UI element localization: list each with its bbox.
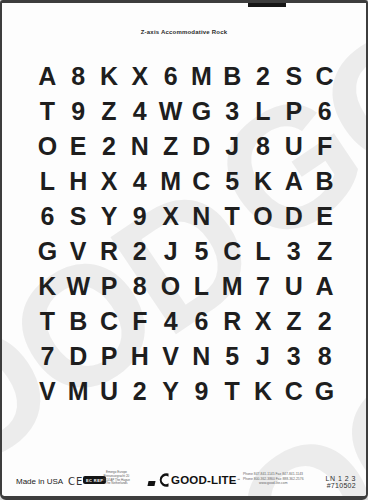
grid-cell: F <box>124 304 155 339</box>
grid-cell: C <box>94 304 125 339</box>
chart-title: Z-axis Accommodative Rock <box>2 29 366 35</box>
address-line: The Netherlands <box>103 482 130 486</box>
grid-cell: S <box>63 199 94 234</box>
chart-photo: GOOD GOOD GOOD Z-axis Accommodative Rock… <box>0 0 368 500</box>
grid-cell: E <box>309 199 340 234</box>
grid-cell: B <box>217 59 248 94</box>
grid-cell: 2 <box>309 304 340 339</box>
grid-cell: V <box>32 374 63 409</box>
grid-cell: 4 <box>155 304 186 339</box>
grid-cell: 6 <box>186 304 217 339</box>
grid-cell: 8 <box>248 129 279 164</box>
grid-cell: M <box>155 164 186 199</box>
grid-cell: P <box>278 94 309 129</box>
grid-cell: 2 <box>94 129 125 164</box>
grid-cell: 7 <box>248 269 279 304</box>
grid-cell: S <box>278 59 309 94</box>
grid-cell: C <box>186 164 217 199</box>
grid-cell: E <box>63 129 94 164</box>
grid-cell: 5 <box>217 164 248 199</box>
ce-mark-icon: CE <box>68 476 83 487</box>
grid-cell: X <box>94 164 125 199</box>
catalog-number: #710502 <box>326 482 356 489</box>
grid-cell: 3 <box>278 339 309 374</box>
grid-cell: K <box>248 164 279 199</box>
grid-cell: D <box>278 199 309 234</box>
grid-cell: L <box>248 234 279 269</box>
crescent-icon <box>159 473 170 487</box>
eu-rep-address: Emergo Europe Prinsessegracht 20 2514 AP… <box>103 471 130 486</box>
grid-cell: B <box>63 304 94 339</box>
grid-cell: O <box>248 199 279 234</box>
grid-cell: H <box>124 339 155 374</box>
grid-cell: Y <box>94 199 125 234</box>
grid-cell: T <box>32 304 63 339</box>
grid-cell: 5 <box>217 339 248 374</box>
grid-cell: A <box>32 59 63 94</box>
grid-cell: 8 <box>124 269 155 304</box>
grid-cell: Z <box>278 304 309 339</box>
grid-cell: T <box>217 199 248 234</box>
grid-cell: H <box>63 164 94 199</box>
grid-cell: 9 <box>186 374 217 409</box>
logo-flag-icon <box>147 481 155 486</box>
grid-cell: 2 <box>124 234 155 269</box>
letter-grid: A8KX6MB2SCT9Z4WG3LP6OE2NZDJ8UFLHX4MC5KAB… <box>32 59 340 409</box>
grid-cell: V <box>155 339 186 374</box>
grid-cell: U <box>278 129 309 164</box>
grid-cell: G <box>186 94 217 129</box>
brand-name: GOOD-LITE <box>171 474 237 486</box>
grid-cell: O <box>155 269 186 304</box>
grid-cell: C <box>309 59 340 94</box>
made-in-usa-label: Made in USA <box>16 477 63 486</box>
grid-cell: X <box>155 199 186 234</box>
grid-cell: U <box>94 374 125 409</box>
grid-cell: J <box>248 339 279 374</box>
vision-chart: GOOD GOOD GOOD Z-axis Accommodative Rock… <box>0 0 368 500</box>
grid-cell: X <box>248 304 279 339</box>
grid-cell: A <box>278 164 309 199</box>
grid-cell: M <box>63 374 94 409</box>
trademark-symbol: ™ <box>237 478 241 482</box>
grid-cell: 6 <box>155 59 186 94</box>
grid-cell: L <box>32 164 63 199</box>
grid-cell: A <box>309 269 340 304</box>
grid-cell: 8 <box>309 339 340 374</box>
grid-cell: 9 <box>63 94 94 129</box>
grid-cell: U <box>278 269 309 304</box>
grid-cell: Z <box>94 94 125 129</box>
grid-cell: G <box>309 374 340 409</box>
grid-cell: G <box>32 234 63 269</box>
grid-cell: T <box>32 94 63 129</box>
grid-cell: O <box>32 129 63 164</box>
grid-cell: W <box>63 269 94 304</box>
grid-cell: 6 <box>32 199 63 234</box>
grid-cell: L <box>248 94 279 129</box>
grid-cell: K <box>94 59 125 94</box>
website-url: www.good-lite.com <box>243 481 304 486</box>
grid-cell: D <box>63 339 94 374</box>
footer: Made in USA CE EC REP Emergo Europe Prin… <box>2 464 366 496</box>
grid-cell: N <box>186 199 217 234</box>
contact-block: Phone 847-841-1145 Fax 847-841-1143 Phon… <box>243 472 304 486</box>
grid-cell: P <box>94 269 125 304</box>
grid-cell: 8 <box>63 59 94 94</box>
grid-cell: Z <box>309 234 340 269</box>
hanger-mark <box>248 3 286 7</box>
lot-catalog-block: LN 1 2 3 #710502 <box>326 475 356 489</box>
grid-cell: M <box>186 59 217 94</box>
lot-label: LN 1 2 3 <box>326 475 356 482</box>
grid-cell: V <box>63 234 94 269</box>
grid-cell: 4 <box>124 164 155 199</box>
grid-cell: T <box>217 374 248 409</box>
grid-cell: 7 <box>32 339 63 374</box>
grid-cell: 3 <box>217 94 248 129</box>
grid-cell: Y <box>155 374 186 409</box>
grid-cell: N <box>186 339 217 374</box>
grid-cell: 3 <box>278 234 309 269</box>
grid-cell: D <box>186 129 217 164</box>
grid-cell: 2 <box>124 374 155 409</box>
grid-cell: B <box>309 164 340 199</box>
grid-cell: J <box>155 234 186 269</box>
grid-cell: M <box>217 269 248 304</box>
grid-cell: C <box>278 374 309 409</box>
grid-cell: J <box>217 129 248 164</box>
grid-cell: R <box>217 304 248 339</box>
grid-cell: N <box>124 129 155 164</box>
grid-cell: L <box>186 269 217 304</box>
good-lite-logo: GOOD-LITE™ <box>148 473 240 487</box>
grid-cell: 9 <box>124 199 155 234</box>
grid-cell: 4 <box>124 94 155 129</box>
grid-cell: C <box>217 234 248 269</box>
grid-cell: K <box>32 269 63 304</box>
grid-cell: R <box>94 234 125 269</box>
grid-cell: 2 <box>248 59 279 94</box>
grid-cell: 5 <box>186 234 217 269</box>
grid-cell: F <box>309 129 340 164</box>
grid-cell: W <box>155 94 186 129</box>
grid-cell: 6 <box>309 94 340 129</box>
grid-cell: P <box>94 339 125 374</box>
grid-cell: Z <box>155 129 186 164</box>
grid-cell: K <box>248 374 279 409</box>
grid-cell: X <box>124 59 155 94</box>
